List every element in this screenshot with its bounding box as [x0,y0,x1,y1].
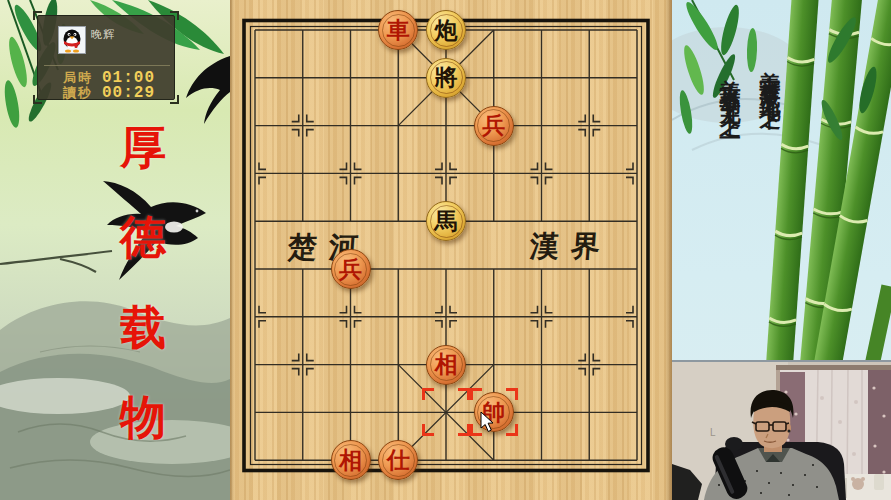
pieces-layer: 車炮將兵馬兵相帥相仕 [230,0,672,500]
webcam-view: L [672,360,891,500]
poem-column-right: 善守者藏于九地之下 [756,54,784,99]
xiangqi-board[interactable]: 楚河 漢界 車炮將兵馬兵相帥相仕 [230,0,672,500]
byoyomi-value: 00:29 [102,84,155,102]
motto-char: 厚 [120,124,166,172]
piece-red-相[interactable]: 相 [331,440,371,480]
svg-text:L: L [710,427,716,438]
piece-red-相[interactable]: 相 [426,345,466,385]
motto-char: 载 [120,304,166,352]
byoyomi-row: 讀秒 00:29 [38,85,176,100]
piece-black-將[interactable]: 將 [426,58,466,98]
panel-corner-ornament [33,11,42,20]
motto-char: 物 [120,394,166,442]
piece-red-兵[interactable]: 兵 [331,249,371,289]
player-avatar[interactable] [58,26,86,54]
byoyomi-label: 讀秒 [63,84,93,102]
piece-red-兵[interactable]: 兵 [474,106,514,146]
motto-houdezaiwu: 厚 德 载 物 [116,124,170,442]
poem-column-left: 善攻者动于九天之上 [716,62,744,107]
qq-penguin-icon [59,27,85,53]
piece-red-車[interactable]: 車 [378,10,418,50]
piece-black-炮[interactable]: 炮 [426,10,466,50]
game-window: 晚辉 局時 01:00 讀秒 00:29 厚 德 载 物 楚河 漢界 車炮將兵馬… [0,0,891,500]
piece-black-馬[interactable]: 馬 [426,201,466,241]
panel-corner-ornament [170,11,179,20]
player-info-panel: 晚辉 局時 01:00 讀秒 00:29 [37,15,175,100]
panel-divider [44,65,170,66]
selection-mark [422,388,470,436]
motto-char: 德 [120,214,166,262]
player-name: 晚辉 [91,27,115,42]
left-decor-panel: 晚辉 局時 01:00 讀秒 00:29 厚 德 载 物 [0,0,230,500]
branch [0,251,112,272]
swallow-small [186,56,230,124]
piece-red-仕[interactable]: 仕 [378,440,418,480]
mouse-cursor [480,412,495,437]
right-decor-panel: 善守者藏于九地之下 善攻者动于九天之上 L [672,0,891,500]
webcam-scene: L [672,362,891,500]
